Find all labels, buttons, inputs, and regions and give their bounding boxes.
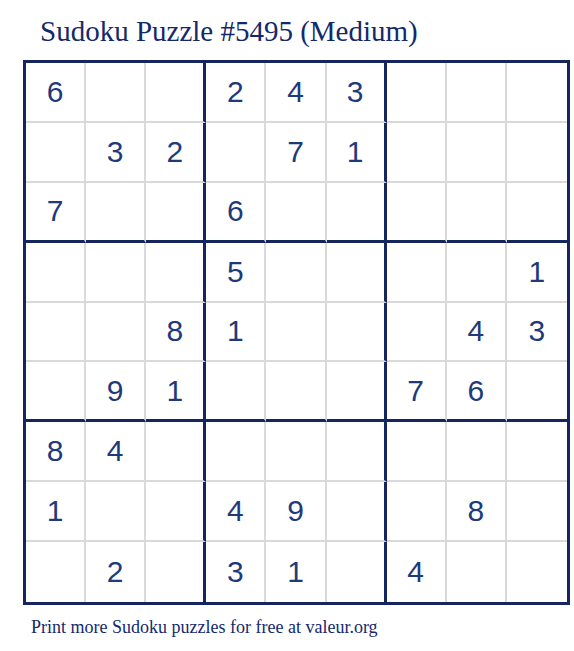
cell-r6c2: 9 [86, 362, 146, 422]
cell-r7c4 [206, 422, 266, 482]
cell-r4c9: 1 [507, 243, 567, 303]
cell-r3c1: 7 [26, 183, 86, 243]
cell-r3c6 [327, 183, 387, 243]
cell-r5c4: 1 [206, 303, 266, 363]
cell-r9c1 [26, 542, 86, 602]
cell-r4c7 [387, 243, 447, 303]
cell-r9c8 [447, 542, 507, 602]
cell-r3c9 [507, 183, 567, 243]
cell-r8c9 [507, 482, 567, 542]
cell-r6c8: 6 [447, 362, 507, 422]
cell-r8c7 [387, 482, 447, 542]
sudoku-grid: 624332717651814391768414982314 [23, 60, 570, 605]
cell-r2c5: 7 [266, 123, 326, 183]
cell-r9c3 [146, 542, 206, 602]
cell-r4c1 [26, 243, 86, 303]
cell-r3c3 [146, 183, 206, 243]
cell-r1c7 [387, 63, 447, 123]
cell-r7c1: 8 [26, 422, 86, 482]
cell-r6c5 [266, 362, 326, 422]
cell-r8c8: 8 [447, 482, 507, 542]
cell-r1c6: 3 [327, 63, 387, 123]
cell-r3c8 [447, 183, 507, 243]
cell-r6c6 [327, 362, 387, 422]
cell-r7c9 [507, 422, 567, 482]
cell-r1c9 [507, 63, 567, 123]
cell-r9c6 [327, 542, 387, 602]
cell-r4c5 [266, 243, 326, 303]
cell-r2c1 [26, 123, 86, 183]
cell-r1c2 [86, 63, 146, 123]
cell-r6c4 [206, 362, 266, 422]
cell-r9c4: 3 [206, 542, 266, 602]
cell-r9c7: 4 [387, 542, 447, 602]
cell-r2c7 [387, 123, 447, 183]
cell-r7c7 [387, 422, 447, 482]
cell-r5c8: 4 [447, 303, 507, 363]
cell-r3c7 [387, 183, 447, 243]
cell-r7c3 [146, 422, 206, 482]
cell-r1c5: 4 [266, 63, 326, 123]
cell-r1c1: 6 [26, 63, 86, 123]
cell-r4c4: 5 [206, 243, 266, 303]
cell-r3c5 [266, 183, 326, 243]
cell-r6c1 [26, 362, 86, 422]
cell-r4c3 [146, 243, 206, 303]
cell-r9c2: 2 [86, 542, 146, 602]
cell-r1c3 [146, 63, 206, 123]
cell-r2c6: 1 [327, 123, 387, 183]
cell-r5c6 [327, 303, 387, 363]
cell-r8c3 [146, 482, 206, 542]
cell-r7c5 [266, 422, 326, 482]
cell-r1c8 [447, 63, 507, 123]
cell-r7c2: 4 [86, 422, 146, 482]
cell-r2c9 [507, 123, 567, 183]
cell-r8c1: 1 [26, 482, 86, 542]
cell-r6c7: 7 [387, 362, 447, 422]
cell-r5c1 [26, 303, 86, 363]
cell-r2c3: 2 [146, 123, 206, 183]
footer-credit: Print more Sudoku puzzles for free at va… [31, 617, 378, 639]
cell-r7c6 [327, 422, 387, 482]
cell-r2c4 [206, 123, 266, 183]
cell-r8c4: 4 [206, 482, 266, 542]
cell-r4c2 [86, 243, 146, 303]
cell-r2c8 [447, 123, 507, 183]
cell-r8c2 [86, 482, 146, 542]
cell-r8c6 [327, 482, 387, 542]
cell-r4c8 [447, 243, 507, 303]
cell-r7c8 [447, 422, 507, 482]
cell-r8c5: 9 [266, 482, 326, 542]
cell-r6c9 [507, 362, 567, 422]
cell-r9c5: 1 [266, 542, 326, 602]
cell-r3c2 [86, 183, 146, 243]
cell-r6c3: 1 [146, 362, 206, 422]
cell-r5c9: 3 [507, 303, 567, 363]
cell-r5c7 [387, 303, 447, 363]
page-title: Sudoku Puzzle #5495 (Medium) [40, 16, 418, 48]
cell-r5c5 [266, 303, 326, 363]
cell-r1c4: 2 [206, 63, 266, 123]
cell-r5c3: 8 [146, 303, 206, 363]
cell-r3c4: 6 [206, 183, 266, 243]
cell-r5c2 [86, 303, 146, 363]
cell-r4c6 [327, 243, 387, 303]
cell-r2c2: 3 [86, 123, 146, 183]
cell-r9c9 [507, 542, 567, 602]
